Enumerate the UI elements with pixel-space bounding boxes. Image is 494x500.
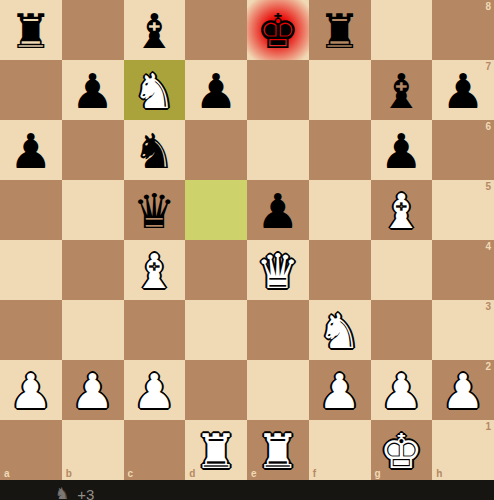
square-g8[interactable] (371, 0, 433, 60)
piece-black-bishop-g7[interactable]: ♝ (371, 60, 433, 120)
square-b1[interactable]: b (62, 420, 124, 480)
rank-label-6: 6 (485, 121, 491, 132)
square-d3[interactable] (185, 300, 247, 360)
piece-white-knight-c7[interactable]: ♞ (124, 60, 186, 120)
piece-black-pawn-e5[interactable]: ♟ (247, 180, 309, 240)
square-b7[interactable]: ♟ (62, 60, 124, 120)
piece-black-pawn-g6[interactable]: ♟ (371, 120, 433, 180)
square-b2[interactable]: ♟ (62, 360, 124, 420)
square-e2[interactable] (247, 360, 309, 420)
file-label-h: h (436, 468, 442, 479)
piece-black-pawn-b7[interactable]: ♟ (62, 60, 124, 120)
piece-black-rook-f8[interactable]: ♜ (309, 0, 371, 60)
piece-white-pawn-f2[interactable]: ♟ (309, 360, 371, 420)
file-label-f: f (313, 468, 316, 479)
rank-label-3: 3 (485, 301, 491, 312)
square-f3[interactable]: ♞ (309, 300, 371, 360)
square-h5[interactable]: 5 (432, 180, 494, 240)
file-label-c: c (128, 468, 134, 479)
rank-label-4: 4 (485, 241, 491, 252)
square-d8[interactable] (185, 0, 247, 60)
square-e1[interactable]: ♜e (247, 420, 309, 480)
square-c1[interactable]: c (124, 420, 186, 480)
player-bar: ♞ +3 (0, 480, 494, 500)
square-f7[interactable] (309, 60, 371, 120)
square-c4[interactable]: ♝ (124, 240, 186, 300)
square-c5[interactable]: ♛ (124, 180, 186, 240)
square-h3[interactable]: 3 (432, 300, 494, 360)
square-a3[interactable] (0, 300, 62, 360)
square-d2[interactable] (185, 360, 247, 420)
square-c2[interactable]: ♟ (124, 360, 186, 420)
square-h2[interactable]: ♟2 (432, 360, 494, 420)
square-g6[interactable]: ♟ (371, 120, 433, 180)
rank-label-5: 5 (485, 181, 491, 192)
rank-label-1: 1 (485, 421, 491, 432)
square-e4[interactable]: ♛ (247, 240, 309, 300)
square-a6[interactable]: ♟ (0, 120, 62, 180)
square-b3[interactable] (62, 300, 124, 360)
rank-label-8: 8 (485, 1, 491, 12)
square-a5[interactable] (0, 180, 62, 240)
square-d5[interactable] (185, 180, 247, 240)
piece-black-pawn-a6[interactable]: ♟ (0, 120, 62, 180)
piece-white-knight-f3[interactable]: ♞ (309, 300, 371, 360)
piece-black-rook-a8[interactable]: ♜ (0, 0, 62, 60)
square-a8[interactable]: ♜ (0, 0, 62, 60)
square-a1[interactable]: a (0, 420, 62, 480)
square-g4[interactable] (371, 240, 433, 300)
piece-black-pawn-h7[interactable]: ♟ (432, 60, 494, 120)
square-h1[interactable]: h1 (432, 420, 494, 480)
square-d6[interactable] (185, 120, 247, 180)
piece-black-king-e8[interactable]: ♚ (247, 0, 309, 60)
material-advantage: +3 (77, 487, 94, 500)
square-b6[interactable] (62, 120, 124, 180)
square-e3[interactable] (247, 300, 309, 360)
chess-app: ♜♝♚♜8♟♞♟♝♟7♟♞♟6♛♟♝5♝♛4♞3♟♟♟♟♟♟2abc♜d♜ef♚… (0, 0, 494, 500)
square-h6[interactable]: 6 (432, 120, 494, 180)
square-f1[interactable]: f (309, 420, 371, 480)
square-d7[interactable]: ♟ (185, 60, 247, 120)
file-label-b: b (66, 468, 72, 479)
piece-black-queen-c5[interactable]: ♛ (124, 180, 186, 240)
square-c8[interactable]: ♝ (124, 0, 186, 60)
square-f6[interactable] (309, 120, 371, 180)
square-c7[interactable]: ♞ (124, 60, 186, 120)
square-h8[interactable]: 8 (432, 0, 494, 60)
piece-white-pawn-a2[interactable]: ♟ (0, 360, 62, 420)
piece-white-pawn-g2[interactable]: ♟ (371, 360, 433, 420)
piece-white-pawn-c2[interactable]: ♟ (124, 360, 186, 420)
square-g2[interactable]: ♟ (371, 360, 433, 420)
square-b8[interactable] (62, 0, 124, 60)
square-a4[interactable] (0, 240, 62, 300)
knight-icon: ♞ (55, 486, 69, 500)
square-f2[interactable]: ♟ (309, 360, 371, 420)
piece-white-pawn-b2[interactable]: ♟ (62, 360, 124, 420)
piece-black-pawn-d7[interactable]: ♟ (185, 60, 247, 120)
square-h7[interactable]: ♟7 (432, 60, 494, 120)
square-e8[interactable]: ♚ (247, 0, 309, 60)
square-g1[interactable]: ♚g (371, 420, 433, 480)
file-label-a: a (4, 468, 10, 479)
square-d1[interactable]: ♜d (185, 420, 247, 480)
piece-white-bishop-c4[interactable]: ♝ (124, 240, 186, 300)
square-h4[interactable]: 4 (432, 240, 494, 300)
piece-black-bishop-c8[interactable]: ♝ (124, 0, 186, 60)
chess-board: ♜♝♚♜8♟♞♟♝♟7♟♞♟6♛♟♝5♝♛4♞3♟♟♟♟♟♟2abc♜d♜ef♚… (0, 0, 494, 480)
square-c3[interactable] (124, 300, 186, 360)
square-f4[interactable] (309, 240, 371, 300)
square-g3[interactable] (371, 300, 433, 360)
piece-white-pawn-h2[interactable]: ♟ (432, 360, 494, 420)
piece-black-knight-c6[interactable]: ♞ (124, 120, 186, 180)
piece-white-rook-e1[interactable]: ♜ (247, 420, 309, 480)
square-g7[interactable]: ♝ (371, 60, 433, 120)
square-f8[interactable]: ♜ (309, 0, 371, 60)
square-c6[interactable]: ♞ (124, 120, 186, 180)
square-d4[interactable] (185, 240, 247, 300)
square-b5[interactable] (62, 180, 124, 240)
piece-white-king-g1[interactable]: ♚ (371, 420, 433, 480)
square-f5[interactable] (309, 180, 371, 240)
square-e6[interactable] (247, 120, 309, 180)
square-e7[interactable] (247, 60, 309, 120)
piece-white-queen-e4[interactable]: ♛ (247, 240, 309, 300)
square-a2[interactable]: ♟ (0, 360, 62, 420)
piece-white-bishop-g5[interactable]: ♝ (371, 180, 433, 240)
square-b4[interactable] (62, 240, 124, 300)
piece-white-rook-d1[interactable]: ♜ (185, 420, 247, 480)
square-a7[interactable] (0, 60, 62, 120)
square-e5[interactable]: ♟ (247, 180, 309, 240)
square-g5[interactable]: ♝ (371, 180, 433, 240)
